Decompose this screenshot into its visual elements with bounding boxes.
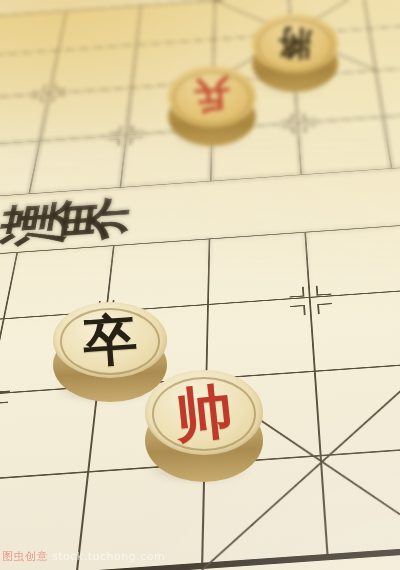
point-marker-c4 [82, 299, 127, 331]
board-perspective-wrap: 漢 界 [0, 0, 400, 570]
point-marker-c7 [107, 124, 144, 147]
watermark: 图虫创意stock.tuchong.com [2, 549, 165, 564]
river-text-char-jie: 界 [41, 186, 145, 253]
board-cell [59, 6, 141, 50]
xiangqi-photo-scene: 漢 界 將兵卒帅 图虫创意stock.tuchong.com [0, 0, 400, 570]
board-cell [0, 11, 67, 56]
board-cell [137, 1, 216, 45]
board-cell [316, 364, 400, 456]
board-cell [210, 175, 306, 240]
board-cell [364, 0, 400, 29]
point-marker-e7 [280, 112, 317, 135]
board-cell [322, 448, 400, 554]
board-cell [132, 40, 215, 88]
point-marker-e4 [289, 285, 333, 316]
board-cell [89, 380, 207, 473]
board-cell [302, 169, 400, 233]
board-cell [0, 387, 98, 481]
watermark-brand: 图虫创意 [2, 550, 48, 563]
watermark-site: stock.tuchong.com [52, 550, 165, 563]
point-marker-b8 [30, 83, 67, 104]
